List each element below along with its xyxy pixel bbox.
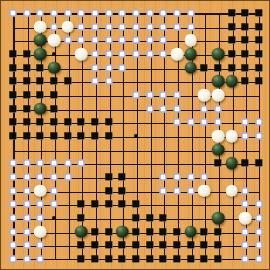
- white-territory-marker: [78, 10, 85, 17]
- white-territory-marker: [105, 10, 112, 17]
- black-territory-marker: [51, 92, 58, 99]
- white-territory-marker: [64, 174, 71, 181]
- black-stone: [34, 102, 47, 115]
- white-territory-marker: [23, 242, 30, 249]
- black-territory-marker: [133, 201, 140, 208]
- hoshi-dot: [134, 134, 138, 138]
- black-territory-marker: [201, 256, 208, 263]
- black-territory-marker: [37, 92, 44, 99]
- white-territory-marker: [160, 37, 167, 44]
- white-territory-marker: [174, 187, 181, 194]
- white-stone: [212, 130, 225, 143]
- black-stone: [212, 48, 225, 61]
- white-territory-marker: [256, 228, 263, 235]
- black-stone: [116, 225, 129, 238]
- black-territory-marker: [256, 37, 263, 44]
- black-territory-marker: [187, 242, 194, 249]
- white-territory-marker: [105, 23, 112, 30]
- white-territory-marker: [37, 10, 44, 17]
- white-territory-marker: [242, 228, 249, 235]
- white-territory-marker: [23, 201, 30, 208]
- black-territory-marker: [215, 242, 222, 249]
- white-territory-marker: [256, 133, 263, 140]
- white-territory-marker: [174, 105, 181, 112]
- black-territory-marker: [78, 201, 85, 208]
- white-territory-marker: [119, 23, 126, 30]
- black-territory-marker: [119, 256, 126, 263]
- white-territory-marker: [242, 119, 249, 126]
- black-territory-marker: [64, 133, 71, 140]
- black-stone: [212, 75, 225, 88]
- white-territory-marker: [174, 119, 181, 126]
- black-territory-marker: [160, 256, 167, 263]
- white-territory-marker: [92, 51, 99, 58]
- white-stone: [212, 89, 225, 102]
- white-territory-marker: [242, 187, 249, 194]
- black-territory-marker: [10, 92, 17, 99]
- black-territory-marker: [92, 201, 99, 208]
- white-territory-marker: [10, 242, 17, 249]
- white-territory-marker: [256, 256, 263, 263]
- white-territory-marker: [23, 215, 30, 222]
- black-territory-marker: [146, 256, 153, 263]
- white-territory-marker: [23, 256, 30, 263]
- white-territory-marker: [187, 174, 194, 181]
- black-territory-marker: [242, 51, 249, 58]
- white-territory-marker: [133, 51, 140, 58]
- black-territory-marker: [133, 215, 140, 222]
- black-territory-marker: [228, 64, 235, 71]
- black-territory-marker: [242, 37, 249, 44]
- black-territory-marker: [174, 242, 181, 249]
- black-territory-marker: [242, 64, 249, 71]
- white-territory-marker: [146, 37, 153, 44]
- white-territory-marker: [78, 37, 85, 44]
- white-territory-marker: [146, 23, 153, 30]
- white-stone: [225, 130, 238, 143]
- black-territory-marker: [201, 242, 208, 249]
- black-territory-marker: [256, 78, 263, 85]
- white-territory-marker: [201, 119, 208, 126]
- white-territory-marker: [146, 51, 153, 58]
- white-territory-marker: [119, 10, 126, 17]
- white-stone: [239, 212, 252, 225]
- black-territory-marker: [187, 256, 194, 263]
- white-territory-marker: [146, 10, 153, 17]
- white-territory-marker: [174, 174, 181, 181]
- white-territory-marker: [37, 201, 44, 208]
- black-territory-marker: [160, 228, 167, 235]
- black-stone: [212, 143, 225, 156]
- white-territory-marker: [37, 215, 44, 222]
- black-territory-marker: [215, 256, 222, 263]
- white-territory-marker: [10, 160, 17, 167]
- white-stone: [184, 34, 197, 47]
- white-territory-marker: [160, 92, 167, 99]
- white-territory-marker: [174, 92, 181, 99]
- white-stone: [48, 34, 61, 47]
- white-territory-marker: [51, 10, 58, 17]
- white-territory-marker: [10, 215, 17, 222]
- black-territory-marker: [146, 242, 153, 249]
- white-territory-marker: [10, 174, 17, 181]
- white-territory-marker: [23, 174, 30, 181]
- black-territory-marker: [174, 228, 181, 235]
- white-territory-marker: [201, 174, 208, 181]
- white-territory-marker: [256, 215, 263, 222]
- black-territory-marker: [23, 78, 30, 85]
- black-territory-marker: [92, 133, 99, 140]
- black-territory-marker: [105, 201, 112, 208]
- black-territory-marker: [10, 133, 17, 140]
- white-territory-marker: [92, 78, 99, 85]
- white-territory-marker: [10, 187, 17, 194]
- white-stone: [61, 20, 74, 33]
- black-territory-marker: [215, 228, 222, 235]
- white-territory-marker: [242, 201, 249, 208]
- black-stone: [184, 61, 197, 74]
- white-territory-marker: [174, 10, 181, 17]
- black-territory-marker: [133, 256, 140, 263]
- black-stone: [225, 75, 238, 88]
- go-board[interactable]: [0, 0, 270, 270]
- white-territory-marker: [215, 105, 222, 112]
- black-territory-marker: [228, 37, 235, 44]
- black-stone: [212, 212, 225, 225]
- white-territory-marker: [242, 133, 249, 140]
- black-territory-marker: [51, 133, 58, 140]
- black-territory-marker: [23, 51, 30, 58]
- black-territory-marker: [201, 64, 208, 71]
- black-territory-marker: [23, 105, 30, 112]
- white-territory-marker: [51, 160, 58, 167]
- white-territory-marker: [37, 256, 44, 263]
- white-territory-marker: [10, 10, 17, 17]
- black-territory-marker: [242, 23, 249, 30]
- black-territory-marker: [242, 10, 249, 17]
- white-territory-marker: [23, 10, 30, 17]
- white-territory-marker: [133, 92, 140, 99]
- white-territory-marker: [146, 105, 153, 112]
- white-territory-marker: [37, 174, 44, 181]
- white-territory-marker: [160, 187, 167, 194]
- black-territory-marker: [23, 92, 30, 99]
- white-territory-marker: [160, 10, 167, 17]
- black-territory-marker: [92, 256, 99, 263]
- white-territory-marker: [133, 23, 140, 30]
- white-territory-marker: [78, 160, 85, 167]
- black-territory-marker: [105, 242, 112, 249]
- black-territory-marker: [64, 119, 71, 126]
- black-territory-marker: [228, 51, 235, 58]
- black-territory-marker: [51, 119, 58, 126]
- black-territory-marker: [23, 64, 30, 71]
- black-territory-marker: [78, 215, 85, 222]
- black-territory-marker: [105, 133, 112, 140]
- black-territory-marker: [105, 174, 112, 181]
- black-territory-marker: [105, 187, 112, 194]
- black-territory-marker: [10, 51, 17, 58]
- white-stone: [34, 184, 47, 197]
- white-territory-marker: [64, 37, 71, 44]
- black-territory-marker: [37, 64, 44, 71]
- white-stone: [198, 184, 211, 197]
- white-territory-marker: [133, 37, 140, 44]
- black-territory-marker: [10, 119, 17, 126]
- white-territory-marker: [119, 64, 126, 71]
- black-territory-marker: [23, 119, 30, 126]
- white-territory-marker: [92, 10, 99, 17]
- black-territory-marker: [92, 242, 99, 249]
- black-territory-marker: [92, 228, 99, 235]
- white-territory-marker: [10, 228, 17, 235]
- white-stone: [171, 48, 184, 61]
- white-territory-marker: [78, 23, 85, 30]
- black-stone: [75, 225, 88, 238]
- black-territory-marker: [146, 228, 153, 235]
- white-territory-marker: [10, 256, 17, 263]
- white-territory-marker: [105, 37, 112, 44]
- black-stone: [34, 48, 47, 61]
- black-territory-marker: [119, 174, 126, 181]
- white-territory-marker: [92, 37, 99, 44]
- black-territory-marker: [119, 242, 126, 249]
- white-stone: [75, 48, 88, 61]
- white-territory-marker: [256, 242, 263, 249]
- white-territory-marker: [23, 187, 30, 194]
- black-territory-marker: [10, 64, 17, 71]
- black-stone: [184, 48, 197, 61]
- black-territory-marker: [174, 256, 181, 263]
- white-territory-marker: [256, 119, 263, 126]
- black-stone: [34, 34, 47, 47]
- black-territory-marker: [105, 228, 112, 235]
- black-territory-marker: [133, 228, 140, 235]
- black-territory-marker: [78, 256, 85, 263]
- white-territory-marker: [187, 23, 194, 30]
- white-territory-marker: [37, 160, 44, 167]
- black-territory-marker: [51, 78, 58, 85]
- white-territory-marker: [160, 23, 167, 30]
- black-territory-marker: [228, 10, 235, 17]
- white-territory-marker: [92, 64, 99, 71]
- black-territory-marker: [256, 10, 263, 17]
- black-territory-marker: [78, 242, 85, 249]
- black-territory-marker: [228, 23, 235, 30]
- black-territory-marker: [160, 215, 167, 222]
- black-territory-marker: [92, 119, 99, 126]
- white-territory-marker: [256, 201, 263, 208]
- black-territory-marker: [105, 119, 112, 126]
- white-territory-marker: [215, 119, 222, 126]
- black-territory-marker: [105, 256, 112, 263]
- white-territory-marker: [92, 23, 99, 30]
- black-territory-marker: [215, 160, 222, 167]
- black-territory-marker: [146, 215, 153, 222]
- white-stone: [34, 20, 47, 33]
- white-territory-marker: [23, 160, 30, 167]
- white-stone: [198, 89, 211, 102]
- black-territory-marker: [133, 242, 140, 249]
- white-territory-marker: [105, 64, 112, 71]
- white-stone: [225, 184, 238, 197]
- black-territory-marker: [242, 160, 249, 167]
- hoshi-dot: [52, 216, 56, 220]
- white-territory-marker: [51, 201, 58, 208]
- white-territory-marker: [10, 201, 17, 208]
- white-territory-marker: [51, 23, 58, 30]
- white-territory-marker: [105, 78, 112, 85]
- white-territory-marker: [37, 242, 44, 249]
- white-territory-marker: [242, 256, 249, 263]
- black-territory-marker: [119, 201, 126, 208]
- black-stone: [184, 225, 197, 238]
- black-territory-marker: [256, 51, 263, 58]
- white-territory-marker: [160, 51, 167, 58]
- white-territory-marker: [174, 23, 181, 30]
- black-territory-marker: [10, 78, 17, 85]
- white-territory-marker: [64, 160, 71, 167]
- black-stone: [48, 61, 61, 74]
- white-territory-marker: [23, 228, 30, 235]
- white-territory-marker: [51, 174, 58, 181]
- white-territory-marker: [64, 10, 71, 17]
- black-territory-marker: [119, 187, 126, 194]
- white-stone: [34, 225, 47, 238]
- white-territory-marker: [187, 187, 194, 194]
- white-territory-marker: [105, 51, 112, 58]
- black-territory-marker: [256, 160, 263, 167]
- white-territory-marker: [119, 37, 126, 44]
- white-territory-marker: [201, 105, 208, 112]
- black-territory-marker: [256, 23, 263, 30]
- black-territory-marker: [201, 228, 208, 235]
- black-territory-marker: [10, 105, 17, 112]
- white-territory-marker: [242, 242, 249, 249]
- white-territory-marker: [51, 187, 58, 194]
- white-territory-marker: [133, 10, 140, 17]
- white-territory-marker: [187, 10, 194, 17]
- black-territory-marker: [242, 78, 249, 85]
- black-territory-marker: [23, 133, 30, 140]
- white-territory-marker: [160, 174, 167, 181]
- black-territory-marker: [51, 105, 58, 112]
- white-territory-marker: [187, 119, 194, 126]
- white-territory-marker: [119, 51, 126, 58]
- black-territory-marker: [78, 119, 85, 126]
- black-territory-marker: [256, 64, 263, 71]
- black-territory-marker: [37, 133, 44, 140]
- black-territory-marker: [37, 78, 44, 85]
- black-territory-marker: [78, 133, 85, 140]
- black-territory-marker: [215, 64, 222, 71]
- black-territory-marker: [64, 78, 71, 85]
- black-stone: [225, 157, 238, 170]
- hoshi-dot: [52, 52, 56, 56]
- black-territory-marker: [37, 119, 44, 126]
- black-territory-marker: [160, 242, 167, 249]
- white-territory-marker: [160, 105, 167, 112]
- white-territory-marker: [146, 92, 153, 99]
